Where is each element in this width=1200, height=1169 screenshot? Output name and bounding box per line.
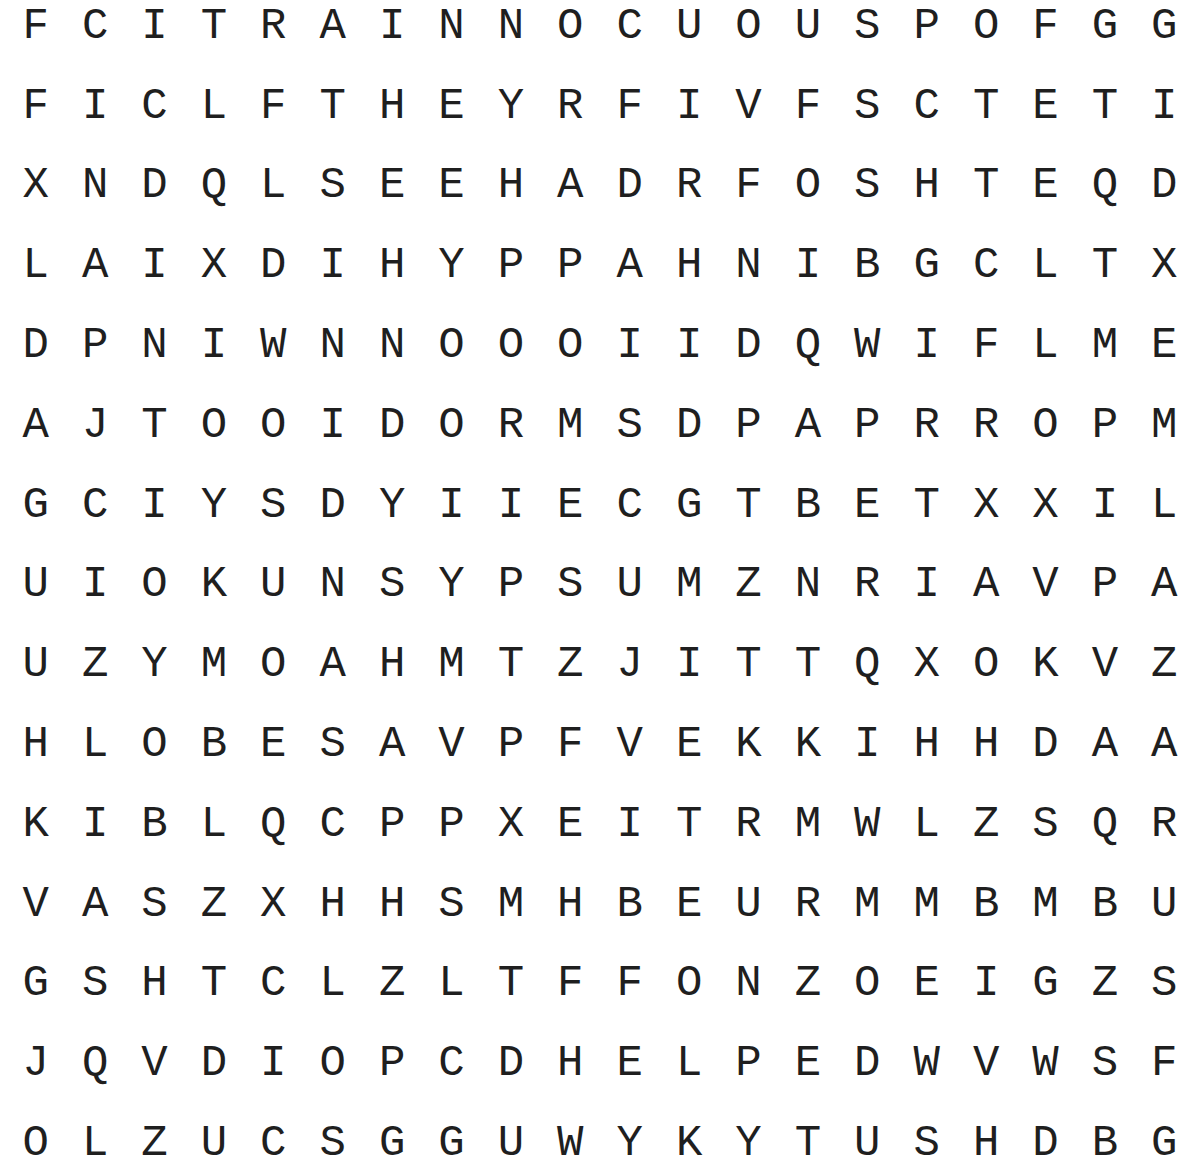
grid-cell-r2c10[interactable]: R xyxy=(541,66,600,146)
grid-cell-r7c10[interactable]: E xyxy=(541,465,600,545)
grid-cell-r7c12[interactable]: G xyxy=(659,465,718,545)
grid-cell-r8c15[interactable]: R xyxy=(838,545,897,625)
grid-cell-r8c9[interactable]: P xyxy=(481,545,540,625)
grid-cell-r7c13[interactable]: T xyxy=(719,465,778,545)
grid-cell-r12c13[interactable]: U xyxy=(719,864,778,944)
grid-cell-r2c11[interactable]: F xyxy=(600,66,659,146)
grid-cell-r7c11[interactable]: C xyxy=(600,465,659,545)
grid-cell-r8c12[interactable]: M xyxy=(659,545,718,625)
grid-cell-r14c11[interactable]: E xyxy=(600,1023,659,1103)
grid-cell-r10c5[interactable]: E xyxy=(244,704,303,784)
grid-cell-r14c2[interactable]: Q xyxy=(65,1023,124,1103)
grid-cell-r2c12[interactable]: I xyxy=(659,66,718,146)
grid-cell-r13c12[interactable]: O xyxy=(659,944,718,1024)
grid-cell-r1c16[interactable]: P xyxy=(897,0,956,66)
grid-cell-r14c12[interactable]: L xyxy=(659,1023,718,1103)
grid-cell-r5c16[interactable]: I xyxy=(897,305,956,385)
grid-cell-r6c2[interactable]: J xyxy=(65,385,124,465)
grid-cell-r6c4[interactable]: O xyxy=(184,385,243,465)
grid-cell-r7c8[interactable]: I xyxy=(422,465,481,545)
grid-cell-r6c17[interactable]: R xyxy=(956,385,1015,465)
grid-cell-r8c7[interactable]: S xyxy=(362,545,421,625)
grid-cell-r1c4[interactable]: T xyxy=(184,0,243,66)
grid-cell-r7c2[interactable]: C xyxy=(65,465,124,545)
grid-cell-r2c3[interactable]: C xyxy=(125,66,184,146)
grid-cell-r12c8[interactable]: S xyxy=(422,864,481,944)
grid-cell-r13c14[interactable]: Z xyxy=(778,944,837,1024)
grid-cell-r3c4[interactable]: Q xyxy=(184,146,243,226)
grid-cell-r8c4[interactable]: K xyxy=(184,545,243,625)
grid-cell-r8c20[interactable]: A xyxy=(1135,545,1194,625)
grid-cell-r1c20[interactable]: G xyxy=(1135,0,1194,66)
grid-cell-r4c19[interactable]: T xyxy=(1075,225,1134,305)
grid-cell-r15c7[interactable]: G xyxy=(362,1103,421,1169)
grid-cell-r7c19[interactable]: I xyxy=(1075,465,1134,545)
grid-cell-r10c6[interactable]: S xyxy=(303,704,362,784)
grid-cell-r14c9[interactable]: D xyxy=(481,1023,540,1103)
grid-cell-r3c5[interactable]: L xyxy=(244,146,303,226)
grid-cell-r4c3[interactable]: I xyxy=(125,225,184,305)
grid-cell-r11c18[interactable]: S xyxy=(1016,784,1075,864)
grid-cell-r3c10[interactable]: A xyxy=(541,146,600,226)
grid-cell-r5c9[interactable]: O xyxy=(481,305,540,385)
grid-cell-r5c4[interactable]: I xyxy=(184,305,243,385)
grid-cell-r12c17[interactable]: B xyxy=(956,864,1015,944)
grid-cell-r7c1[interactable]: G xyxy=(6,465,65,545)
grid-cell-r2c19[interactable]: T xyxy=(1075,66,1134,146)
grid-cell-r10c12[interactable]: E xyxy=(659,704,718,784)
grid-cell-r2c8[interactable]: E xyxy=(422,66,481,146)
grid-cell-r5c11[interactable]: I xyxy=(600,305,659,385)
grid-cell-r10c18[interactable]: D xyxy=(1016,704,1075,784)
grid-cell-r15c17[interactable]: H xyxy=(956,1103,1015,1169)
grid-cell-r6c19[interactable]: P xyxy=(1075,385,1134,465)
grid-cell-r7c4[interactable]: Y xyxy=(184,465,243,545)
grid-cell-r8c1[interactable]: U xyxy=(6,545,65,625)
grid-cell-r4c13[interactable]: N xyxy=(719,225,778,305)
grid-cell-r4c9[interactable]: P xyxy=(481,225,540,305)
grid-cell-r14c5[interactable]: I xyxy=(244,1023,303,1103)
grid-cell-r5c12[interactable]: I xyxy=(659,305,718,385)
grid-cell-r12c19[interactable]: B xyxy=(1075,864,1134,944)
grid-cell-r10c4[interactable]: B xyxy=(184,704,243,784)
grid-cell-r2c5[interactable]: F xyxy=(244,66,303,146)
grid-cell-r8c16[interactable]: I xyxy=(897,545,956,625)
grid-cell-r5c2[interactable]: P xyxy=(65,305,124,385)
grid-cell-r1c2[interactable]: C xyxy=(65,0,124,66)
grid-cell-r13c8[interactable]: L xyxy=(422,944,481,1024)
grid-cell-r9c18[interactable]: K xyxy=(1016,624,1075,704)
grid-cell-r9c12[interactable]: I xyxy=(659,624,718,704)
grid-cell-r7c16[interactable]: T xyxy=(897,465,956,545)
grid-cell-r11c13[interactable]: R xyxy=(719,784,778,864)
grid-cell-r8c10[interactable]: S xyxy=(541,545,600,625)
grid-cell-r1c17[interactable]: O xyxy=(956,0,1015,66)
grid-cell-r14c17[interactable]: V xyxy=(956,1023,1015,1103)
grid-cell-r13c15[interactable]: O xyxy=(838,944,897,1024)
grid-cell-r10c15[interactable]: I xyxy=(838,704,897,784)
grid-cell-r15c3[interactable]: Z xyxy=(125,1103,184,1169)
grid-cell-r13c16[interactable]: E xyxy=(897,944,956,1024)
grid-cell-r7c7[interactable]: Y xyxy=(362,465,421,545)
grid-cell-r6c16[interactable]: R xyxy=(897,385,956,465)
grid-cell-r15c2[interactable]: L xyxy=(65,1103,124,1169)
grid-cell-r11c14[interactable]: M xyxy=(778,784,837,864)
grid-cell-r8c18[interactable]: V xyxy=(1016,545,1075,625)
grid-cell-r6c6[interactable]: I xyxy=(303,385,362,465)
grid-cell-r14c7[interactable]: P xyxy=(362,1023,421,1103)
grid-cell-r15c12[interactable]: K xyxy=(659,1103,718,1169)
grid-cell-r3c19[interactable]: Q xyxy=(1075,146,1134,226)
grid-cell-r6c14[interactable]: A xyxy=(778,385,837,465)
grid-cell-r5c7[interactable]: N xyxy=(362,305,421,385)
grid-cell-r11c8[interactable]: P xyxy=(422,784,481,864)
grid-cell-r12c18[interactable]: M xyxy=(1016,864,1075,944)
grid-cell-r6c13[interactable]: P xyxy=(719,385,778,465)
grid-cell-r10c10[interactable]: F xyxy=(541,704,600,784)
grid-cell-r11c16[interactable]: L xyxy=(897,784,956,864)
grid-cell-r6c20[interactable]: M xyxy=(1135,385,1194,465)
grid-cell-r10c1[interactable]: H xyxy=(6,704,65,784)
grid-cell-r15c15[interactable]: U xyxy=(838,1103,897,1169)
grid-cell-r1c1[interactable]: F xyxy=(6,0,65,66)
grid-cell-r5c5[interactable]: W xyxy=(244,305,303,385)
grid-cell-r12c12[interactable]: E xyxy=(659,864,718,944)
grid-cell-r5c10[interactable]: O xyxy=(541,305,600,385)
grid-cell-r9c5[interactable]: O xyxy=(244,624,303,704)
grid-cell-r1c14[interactable]: U xyxy=(778,0,837,66)
grid-cell-r9c8[interactable]: M xyxy=(422,624,481,704)
grid-cell-r3c1[interactable]: X xyxy=(6,146,65,226)
grid-cell-r10c17[interactable]: H xyxy=(956,704,1015,784)
grid-cell-r1c5[interactable]: R xyxy=(244,0,303,66)
grid-cell-r2c7[interactable]: H xyxy=(362,66,421,146)
grid-cell-r5c3[interactable]: N xyxy=(125,305,184,385)
grid-cell-r12c10[interactable]: H xyxy=(541,864,600,944)
grid-cell-r12c15[interactable]: M xyxy=(838,864,897,944)
grid-cell-r1c19[interactable]: G xyxy=(1075,0,1134,66)
grid-cell-r2c18[interactable]: E xyxy=(1016,66,1075,146)
grid-cell-r11c9[interactable]: X xyxy=(481,784,540,864)
grid-cell-r3c2[interactable]: N xyxy=(65,146,124,226)
grid-cell-r13c18[interactable]: G xyxy=(1016,944,1075,1024)
grid-cell-r15c10[interactable]: W xyxy=(541,1103,600,1169)
grid-cell-r5c18[interactable]: L xyxy=(1016,305,1075,385)
grid-cell-r8c6[interactable]: N xyxy=(303,545,362,625)
grid-cell-r5c1[interactable]: D xyxy=(6,305,65,385)
grid-cell-r9c9[interactable]: T xyxy=(481,624,540,704)
grid-cell-r12c14[interactable]: R xyxy=(778,864,837,944)
grid-cell-r1c10[interactable]: O xyxy=(541,0,600,66)
grid-cell-r12c11[interactable]: B xyxy=(600,864,659,944)
grid-cell-r10c16[interactable]: H xyxy=(897,704,956,784)
grid-cell-r15c14[interactable]: T xyxy=(778,1103,837,1169)
grid-cell-r5c13[interactable]: D xyxy=(719,305,778,385)
grid-cell-r15c19[interactable]: B xyxy=(1075,1103,1134,1169)
grid-cell-r4c8[interactable]: Y xyxy=(422,225,481,305)
grid-cell-r7c14[interactable]: B xyxy=(778,465,837,545)
grid-cell-r11c5[interactable]: Q xyxy=(244,784,303,864)
grid-cell-r11c15[interactable]: W xyxy=(838,784,897,864)
grid-cell-r11c10[interactable]: E xyxy=(541,784,600,864)
grid-cell-r6c3[interactable]: T xyxy=(125,385,184,465)
grid-cell-r9c7[interactable]: H xyxy=(362,624,421,704)
grid-cell-r9c2[interactable]: Z xyxy=(65,624,124,704)
grid-cell-r10c7[interactable]: A xyxy=(362,704,421,784)
grid-cell-r11c12[interactable]: T xyxy=(659,784,718,864)
grid-cell-r11c6[interactable]: C xyxy=(303,784,362,864)
grid-cell-r14c14[interactable]: E xyxy=(778,1023,837,1103)
grid-cell-r4c12[interactable]: H xyxy=(659,225,718,305)
grid-cell-r4c18[interactable]: L xyxy=(1016,225,1075,305)
grid-cell-r4c14[interactable]: I xyxy=(778,225,837,305)
grid-cell-r3c13[interactable]: F xyxy=(719,146,778,226)
grid-cell-r14c1[interactable]: J xyxy=(6,1023,65,1103)
grid-cell-r14c6[interactable]: O xyxy=(303,1023,362,1103)
grid-cell-r13c4[interactable]: T xyxy=(184,944,243,1024)
grid-cell-r13c7[interactable]: Z xyxy=(362,944,421,1024)
grid-cell-r3c18[interactable]: E xyxy=(1016,146,1075,226)
grid-cell-r15c16[interactable]: S xyxy=(897,1103,956,1169)
grid-cell-r8c8[interactable]: Y xyxy=(422,545,481,625)
grid-cell-r12c2[interactable]: A xyxy=(65,864,124,944)
grid-cell-r1c18[interactable]: F xyxy=(1016,0,1075,66)
grid-cell-r1c6[interactable]: A xyxy=(303,0,362,66)
grid-cell-r4c11[interactable]: A xyxy=(600,225,659,305)
grid-cell-r8c3[interactable]: O xyxy=(125,545,184,625)
grid-cell-r2c9[interactable]: Y xyxy=(481,66,540,146)
grid-cell-r3c12[interactable]: R xyxy=(659,146,718,226)
grid-cell-r3c14[interactable]: O xyxy=(778,146,837,226)
grid-cell-r13c11[interactable]: F xyxy=(600,944,659,1024)
grid-cell-r4c20[interactable]: X xyxy=(1135,225,1194,305)
grid-cell-r3c3[interactable]: D xyxy=(125,146,184,226)
grid-cell-r3c6[interactable]: S xyxy=(303,146,362,226)
grid-cell-r15c18[interactable]: D xyxy=(1016,1103,1075,1169)
grid-cell-r7c20[interactable]: L xyxy=(1135,465,1194,545)
grid-cell-r2c4[interactable]: L xyxy=(184,66,243,146)
grid-cell-r5c8[interactable]: O xyxy=(422,305,481,385)
grid-cell-r14c3[interactable]: V xyxy=(125,1023,184,1103)
grid-cell-r13c10[interactable]: F xyxy=(541,944,600,1024)
grid-cell-r10c2[interactable]: L xyxy=(65,704,124,784)
grid-cell-r9c1[interactable]: U xyxy=(6,624,65,704)
grid-cell-r1c12[interactable]: U xyxy=(659,0,718,66)
grid-cell-r9c6[interactable]: A xyxy=(303,624,362,704)
grid-cell-r12c3[interactable]: S xyxy=(125,864,184,944)
grid-cell-r10c14[interactable]: K xyxy=(778,704,837,784)
grid-cell-r14c4[interactable]: D xyxy=(184,1023,243,1103)
grid-cell-r7c17[interactable]: X xyxy=(956,465,1015,545)
grid-cell-r3c17[interactable]: T xyxy=(956,146,1015,226)
grid-cell-r13c1[interactable]: G xyxy=(6,944,65,1024)
grid-cell-r8c17[interactable]: A xyxy=(956,545,1015,625)
grid-cell-r9c13[interactable]: T xyxy=(719,624,778,704)
grid-cell-r3c7[interactable]: E xyxy=(362,146,421,226)
grid-cell-r1c8[interactable]: N xyxy=(422,0,481,66)
grid-cell-r15c6[interactable]: S xyxy=(303,1103,362,1169)
grid-cell-r4c15[interactable]: B xyxy=(838,225,897,305)
grid-cell-r13c17[interactable]: I xyxy=(956,944,1015,1024)
grid-cell-r10c13[interactable]: K xyxy=(719,704,778,784)
grid-cell-r8c5[interactable]: U xyxy=(244,545,303,625)
grid-cell-r13c19[interactable]: Z xyxy=(1075,944,1134,1024)
grid-cell-r3c9[interactable]: H xyxy=(481,146,540,226)
grid-cell-r12c5[interactable]: X xyxy=(244,864,303,944)
grid-cell-r11c3[interactable]: B xyxy=(125,784,184,864)
grid-cell-r9c20[interactable]: Z xyxy=(1135,624,1194,704)
grid-cell-r1c7[interactable]: I xyxy=(362,0,421,66)
grid-cell-r6c1[interactable]: A xyxy=(6,385,65,465)
grid-cell-r5c14[interactable]: Q xyxy=(778,305,837,385)
grid-cell-r3c20[interactable]: D xyxy=(1135,146,1194,226)
grid-cell-r11c2[interactable]: I xyxy=(65,784,124,864)
grid-cell-r6c9[interactable]: R xyxy=(481,385,540,465)
grid-cell-r5c6[interactable]: N xyxy=(303,305,362,385)
grid-cell-r6c5[interactable]: O xyxy=(244,385,303,465)
grid-cell-r15c8[interactable]: G xyxy=(422,1103,481,1169)
grid-cell-r2c2[interactable]: I xyxy=(65,66,124,146)
grid-cell-r5c15[interactable]: W xyxy=(838,305,897,385)
grid-cell-r9c11[interactable]: J xyxy=(600,624,659,704)
grid-cell-r15c20[interactable]: G xyxy=(1135,1103,1194,1169)
grid-cell-r2c13[interactable]: V xyxy=(719,66,778,146)
grid-cell-r2c17[interactable]: T xyxy=(956,66,1015,146)
grid-cell-r4c2[interactable]: A xyxy=(65,225,124,305)
grid-cell-r14c13[interactable]: P xyxy=(719,1023,778,1103)
grid-cell-r15c4[interactable]: U xyxy=(184,1103,243,1169)
grid-cell-r1c9[interactable]: N xyxy=(481,0,540,66)
grid-cell-r9c14[interactable]: T xyxy=(778,624,837,704)
grid-cell-r5c17[interactable]: F xyxy=(956,305,1015,385)
grid-cell-r6c7[interactable]: D xyxy=(362,385,421,465)
grid-cell-r9c10[interactable]: Z xyxy=(541,624,600,704)
grid-cell-r3c16[interactable]: H xyxy=(897,146,956,226)
grid-cell-r14c19[interactable]: S xyxy=(1075,1023,1134,1103)
grid-cell-r4c1[interactable]: L xyxy=(6,225,65,305)
grid-cell-r12c7[interactable]: H xyxy=(362,864,421,944)
grid-cell-r9c17[interactable]: O xyxy=(956,624,1015,704)
grid-cell-r11c11[interactable]: I xyxy=(600,784,659,864)
grid-cell-r6c10[interactable]: M xyxy=(541,385,600,465)
grid-cell-r14c8[interactable]: C xyxy=(422,1023,481,1103)
grid-cell-r13c2[interactable]: S xyxy=(65,944,124,1024)
grid-cell-r3c8[interactable]: E xyxy=(422,146,481,226)
grid-cell-r12c16[interactable]: M xyxy=(897,864,956,944)
grid-cell-r6c8[interactable]: O xyxy=(422,385,481,465)
grid-cell-r9c19[interactable]: V xyxy=(1075,624,1134,704)
grid-cell-r12c1[interactable]: V xyxy=(6,864,65,944)
grid-cell-r13c9[interactable]: T xyxy=(481,944,540,1024)
grid-cell-r6c12[interactable]: D xyxy=(659,385,718,465)
grid-cell-r14c10[interactable]: H xyxy=(541,1023,600,1103)
grid-cell-r2c14[interactable]: F xyxy=(778,66,837,146)
grid-cell-r7c3[interactable]: I xyxy=(125,465,184,545)
grid-cell-r2c15[interactable]: S xyxy=(838,66,897,146)
grid-cell-r8c13[interactable]: Z xyxy=(719,545,778,625)
grid-cell-r9c15[interactable]: Q xyxy=(838,624,897,704)
grid-cell-r15c1[interactable]: O xyxy=(6,1103,65,1169)
grid-cell-r4c5[interactable]: D xyxy=(244,225,303,305)
grid-cell-r1c3[interactable]: I xyxy=(125,0,184,66)
grid-cell-r2c16[interactable]: C xyxy=(897,66,956,146)
grid-cell-r6c18[interactable]: O xyxy=(1016,385,1075,465)
grid-cell-r14c15[interactable]: D xyxy=(838,1023,897,1103)
grid-cell-r10c9[interactable]: P xyxy=(481,704,540,784)
grid-cell-r4c4[interactable]: X xyxy=(184,225,243,305)
grid-cell-r9c16[interactable]: X xyxy=(897,624,956,704)
grid-cell-r9c4[interactable]: M xyxy=(184,624,243,704)
grid-cell-r2c20[interactable]: I xyxy=(1135,66,1194,146)
grid-cell-r11c1[interactable]: K xyxy=(6,784,65,864)
grid-cell-r8c14[interactable]: N xyxy=(778,545,837,625)
grid-cell-r1c11[interactable]: C xyxy=(600,0,659,66)
grid-cell-r10c3[interactable]: O xyxy=(125,704,184,784)
grid-cell-r9c3[interactable]: Y xyxy=(125,624,184,704)
grid-cell-r6c11[interactable]: S xyxy=(600,385,659,465)
grid-cell-r7c9[interactable]: I xyxy=(481,465,540,545)
grid-cell-r12c20[interactable]: U xyxy=(1135,864,1194,944)
grid-cell-r11c4[interactable]: L xyxy=(184,784,243,864)
grid-cell-r12c9[interactable]: M xyxy=(481,864,540,944)
grid-cell-r8c11[interactable]: U xyxy=(600,545,659,625)
grid-cell-r11c7[interactable]: P xyxy=(362,784,421,864)
grid-cell-r7c6[interactable]: D xyxy=(303,465,362,545)
grid-cell-r8c2[interactable]: I xyxy=(65,545,124,625)
grid-cell-r11c17[interactable]: Z xyxy=(956,784,1015,864)
grid-cell-r3c11[interactable]: D xyxy=(600,146,659,226)
grid-cell-r15c11[interactable]: Y xyxy=(600,1103,659,1169)
grid-cell-r7c15[interactable]: E xyxy=(838,465,897,545)
grid-cell-r4c16[interactable]: G xyxy=(897,225,956,305)
grid-cell-r12c6[interactable]: H xyxy=(303,864,362,944)
grid-cell-r10c19[interactable]: A xyxy=(1075,704,1134,784)
grid-cell-r10c20[interactable]: A xyxy=(1135,704,1194,784)
grid-cell-r13c6[interactable]: L xyxy=(303,944,362,1024)
grid-cell-r4c10[interactable]: P xyxy=(541,225,600,305)
grid-cell-r6c15[interactable]: P xyxy=(838,385,897,465)
grid-cell-r10c11[interactable]: V xyxy=(600,704,659,784)
grid-cell-r13c13[interactable]: N xyxy=(719,944,778,1024)
grid-cell-r15c5[interactable]: C xyxy=(244,1103,303,1169)
grid-cell-r2c6[interactable]: T xyxy=(303,66,362,146)
grid-cell-r5c19[interactable]: M xyxy=(1075,305,1134,385)
grid-cell-r10c8[interactable]: V xyxy=(422,704,481,784)
grid-cell-r3c15[interactable]: S xyxy=(838,146,897,226)
grid-cell-r13c3[interactable]: H xyxy=(125,944,184,1024)
grid-cell-r13c5[interactable]: C xyxy=(244,944,303,1024)
grid-cell-r1c13[interactable]: O xyxy=(719,0,778,66)
grid-cell-r5c20[interactable]: E xyxy=(1135,305,1194,385)
grid-cell-r2c1[interactable]: F xyxy=(6,66,65,146)
grid-cell-r13c20[interactable]: S xyxy=(1135,944,1194,1024)
grid-cell-r11c19[interactable]: Q xyxy=(1075,784,1134,864)
grid-cell-r11c20[interactable]: R xyxy=(1135,784,1194,864)
grid-cell-r14c20[interactable]: F xyxy=(1135,1023,1194,1103)
grid-cell-r15c13[interactable]: Y xyxy=(719,1103,778,1169)
grid-cell-r14c18[interactable]: W xyxy=(1016,1023,1075,1103)
grid-cell-r4c6[interactable]: I xyxy=(303,225,362,305)
grid-cell-r7c18[interactable]: X xyxy=(1016,465,1075,545)
grid-cell-r1c15[interactable]: S xyxy=(838,0,897,66)
grid-cell-r4c7[interactable]: H xyxy=(362,225,421,305)
grid-cell-r12c4[interactable]: Z xyxy=(184,864,243,944)
grid-cell-r8c19[interactable]: P xyxy=(1075,545,1134,625)
grid-cell-r7c5[interactable]: S xyxy=(244,465,303,545)
grid-cell-r14c16[interactable]: W xyxy=(897,1023,956,1103)
grid-cell-r15c9[interactable]: U xyxy=(481,1103,540,1169)
grid-cell-r4c17[interactable]: C xyxy=(956,225,1015,305)
